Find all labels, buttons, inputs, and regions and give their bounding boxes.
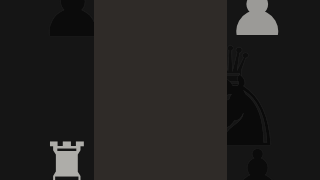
background-white-rook-icon: ♜ <box>40 134 94 180</box>
video-frame: ♟♜♟♛♞♟ ♚ Master_raindrop (1937) ♟♟♟ 3:48… <box>0 0 320 180</box>
background-black-pawn-icon: ♟ <box>228 142 287 180</box>
chess-app-column <box>94 0 227 180</box>
